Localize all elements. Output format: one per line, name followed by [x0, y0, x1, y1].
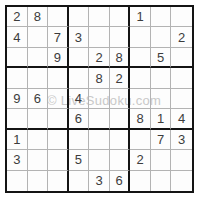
sudoku-cell-r9c1[interactable] [7, 171, 28, 191]
sudoku-cell-r4c2[interactable] [28, 68, 49, 88]
sudoku-cell-r1c1[interactable]: 2 [7, 7, 28, 27]
sudoku-cell-r4c7[interactable] [130, 68, 151, 88]
sudoku-cell-r1c3[interactable] [48, 7, 69, 27]
sudoku-board: © LiveSudoku.com 28147329285829646814173… [5, 5, 194, 193]
sudoku-cell-r3c3[interactable]: 9 [48, 48, 69, 68]
sudoku-cell-r3c7[interactable] [130, 48, 151, 68]
sudoku-cell-r9c2[interactable] [28, 171, 49, 191]
sudoku-cell-r7c7[interactable] [130, 130, 151, 150]
sudoku-cell-r9c7[interactable] [130, 171, 151, 191]
sudoku-cell-r5c3[interactable] [48, 89, 69, 109]
sudoku-cell-r9c9[interactable] [171, 171, 192, 191]
sudoku-cell-r5c2[interactable]: 6 [28, 89, 49, 109]
sudoku-cell-r7c2[interactable] [28, 130, 49, 150]
sudoku-cell-r8c3[interactable] [48, 150, 69, 170]
sudoku-cell-r9c5[interactable]: 3 [89, 171, 110, 191]
sudoku-cell-r8c7[interactable]: 2 [130, 150, 151, 170]
sudoku-cell-r6c5[interactable] [89, 109, 110, 129]
sudoku-cell-r2c6[interactable] [110, 27, 131, 47]
sudoku-cell-r3c5[interactable]: 2 [89, 48, 110, 68]
sudoku-cell-r2c9[interactable]: 2 [171, 27, 192, 47]
sudoku-cell-r5c8[interactable] [151, 89, 172, 109]
sudoku-cell-r3c1[interactable] [7, 48, 28, 68]
sudoku-cell-r8c9[interactable] [171, 150, 192, 170]
sudoku-cell-r9c3[interactable] [48, 171, 69, 191]
sudoku-cell-r6c2[interactable] [28, 109, 49, 129]
sudoku-cell-r7c6[interactable] [110, 130, 131, 150]
sudoku-cell-r6c8[interactable]: 1 [151, 109, 172, 129]
sudoku-cell-r7c8[interactable]: 7 [151, 130, 172, 150]
sudoku-cell-r8c8[interactable] [151, 150, 172, 170]
sudoku-cell-r9c4[interactable] [69, 171, 90, 191]
sudoku-cell-r6c4[interactable]: 6 [69, 109, 90, 129]
sudoku-cell-r3c4[interactable] [69, 48, 90, 68]
sudoku-cell-r6c9[interactable]: 4 [171, 109, 192, 129]
sudoku-cell-r2c4[interactable]: 3 [69, 27, 90, 47]
sudoku-cell-r1c5[interactable] [89, 7, 110, 27]
sudoku-cell-r5c9[interactable] [171, 89, 192, 109]
sudoku-cell-r6c7[interactable]: 8 [130, 109, 151, 129]
sudoku-cell-r4c5[interactable]: 8 [89, 68, 110, 88]
sudoku-cell-r1c9[interactable] [171, 7, 192, 27]
sudoku-cell-r2c1[interactable]: 4 [7, 27, 28, 47]
sudoku-page: © LiveSudoku.com 28147329285829646814173… [0, 0, 200, 200]
sudoku-cell-r1c7[interactable]: 1 [130, 7, 151, 27]
sudoku-cell-r5c6[interactable] [110, 89, 131, 109]
sudoku-cell-r3c6[interactable]: 8 [110, 48, 131, 68]
sudoku-cell-r4c3[interactable] [48, 68, 69, 88]
sudoku-cell-r2c7[interactable] [130, 27, 151, 47]
sudoku-cell-r3c2[interactable] [28, 48, 49, 68]
sudoku-cell-r9c8[interactable] [151, 171, 172, 191]
sudoku-cell-r5c4[interactable]: 4 [69, 89, 90, 109]
sudoku-cell-r9c6[interactable]: 6 [110, 171, 131, 191]
sudoku-cell-r6c3[interactable] [48, 109, 69, 129]
sudoku-cell-r4c6[interactable]: 2 [110, 68, 131, 88]
sudoku-cell-r3c9[interactable] [171, 48, 192, 68]
sudoku-cell-r4c8[interactable] [151, 68, 172, 88]
sudoku-cell-r2c2[interactable] [28, 27, 49, 47]
sudoku-cell-r7c1[interactable]: 1 [7, 130, 28, 150]
sudoku-cell-r5c5[interactable] [89, 89, 110, 109]
sudoku-cell-r1c8[interactable] [151, 7, 172, 27]
sudoku-cell-r8c5[interactable] [89, 150, 110, 170]
sudoku-cell-r5c1[interactable]: 9 [7, 89, 28, 109]
sudoku-cell-r1c6[interactable] [110, 7, 131, 27]
sudoku-cell-r8c6[interactable] [110, 150, 131, 170]
sudoku-grid: 2814732928582964681417335236 [7, 7, 192, 191]
sudoku-cell-r6c6[interactable] [110, 109, 131, 129]
sudoku-cell-r7c9[interactable]: 3 [171, 130, 192, 150]
sudoku-cell-r2c8[interactable] [151, 27, 172, 47]
sudoku-cell-r4c1[interactable] [7, 68, 28, 88]
sudoku-cell-r3c8[interactable]: 5 [151, 48, 172, 68]
sudoku-cell-r4c9[interactable] [171, 68, 192, 88]
sudoku-cell-r7c3[interactable] [48, 130, 69, 150]
sudoku-cell-r7c5[interactable] [89, 130, 110, 150]
sudoku-cell-r7c4[interactable] [69, 130, 90, 150]
sudoku-cell-r5c7[interactable] [130, 89, 151, 109]
sudoku-cell-r8c4[interactable]: 5 [69, 150, 90, 170]
sudoku-cell-r1c2[interactable]: 8 [28, 7, 49, 27]
sudoku-cell-r8c1[interactable]: 3 [7, 150, 28, 170]
sudoku-cell-r4c4[interactable] [69, 68, 90, 88]
sudoku-cell-r8c2[interactable] [28, 150, 49, 170]
sudoku-cell-r2c3[interactable]: 7 [48, 27, 69, 47]
sudoku-cell-r2c5[interactable] [89, 27, 110, 47]
sudoku-cell-r6c1[interactable] [7, 109, 28, 129]
sudoku-cell-r1c4[interactable] [69, 7, 90, 27]
